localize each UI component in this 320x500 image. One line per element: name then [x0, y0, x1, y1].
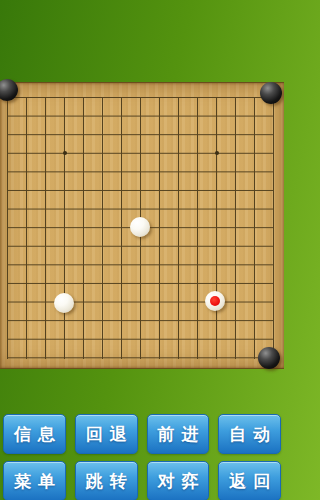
back-button[interactable]: 返回 [218, 461, 281, 500]
go-board[interactable] [0, 82, 284, 369]
white-stone [205, 291, 225, 311]
info-button[interactable]: 信息 [3, 414, 66, 454]
play-button[interactable]: 对弈 [147, 461, 210, 500]
auto-button[interactable]: 自动 [218, 414, 281, 454]
white-stone [130, 217, 150, 237]
menu-button[interactable]: 菜单 [3, 461, 66, 500]
button-row-bottom: 菜单 跳转 对弈 返回 [3, 461, 281, 500]
last-move-marker [210, 296, 220, 306]
black-stone [258, 347, 280, 369]
white-stone [54, 293, 74, 313]
undo-button[interactable]: 回退 [75, 414, 138, 454]
button-panel: 信息 回退 前进 自动 菜单 跳转 对弈 返回 [0, 414, 284, 500]
button-row-top: 信息 回退 前进 自动 [3, 414, 281, 454]
black-stone [260, 82, 282, 104]
jump-button[interactable]: 跳转 [75, 461, 138, 500]
board-grid [7, 97, 274, 359]
black-stone [0, 79, 18, 101]
stones-layer [0, 88, 283, 367]
forward-button[interactable]: 前进 [147, 414, 210, 454]
